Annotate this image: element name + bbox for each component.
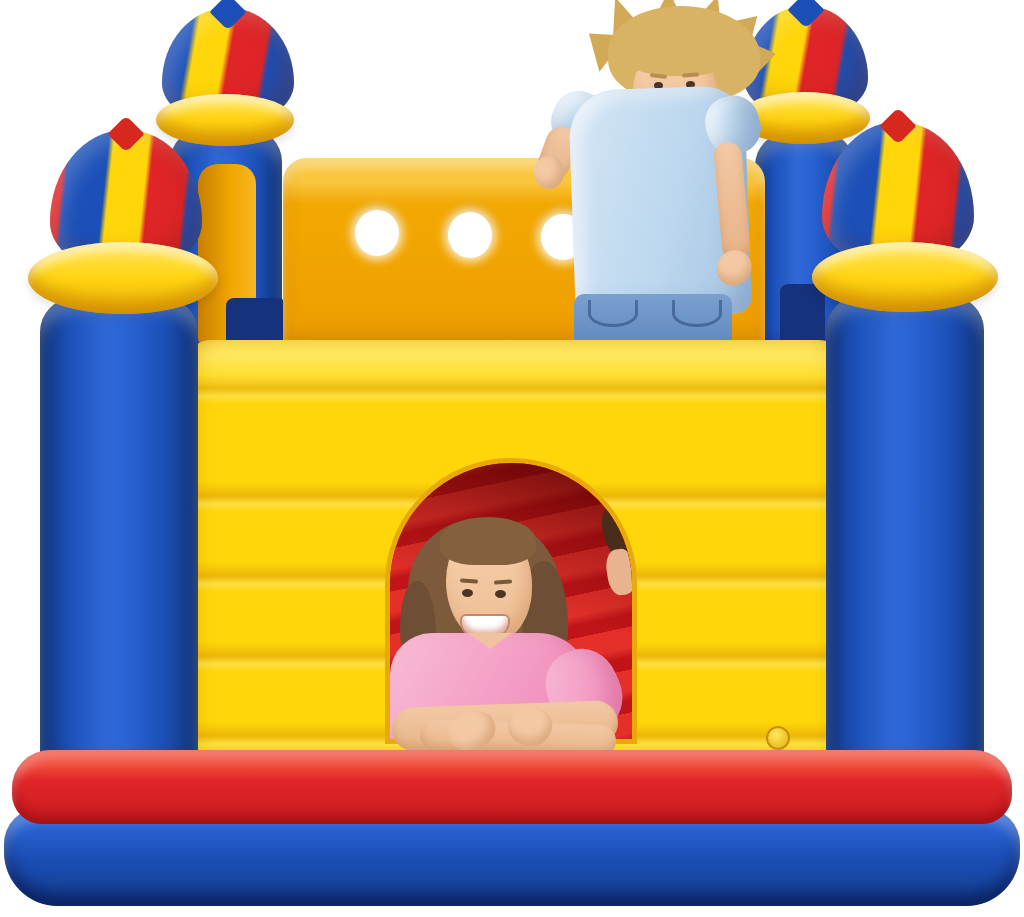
base-red-ring: [12, 750, 1012, 824]
front-right-tower-column: [826, 296, 984, 772]
front-right-tower-ring: [812, 242, 998, 312]
girl-eye: [495, 590, 506, 598]
inflation-valve: [766, 726, 790, 750]
girl-eye: [462, 589, 473, 597]
boy-fringe: [626, 38, 728, 76]
back-left-tower-ring: [156, 94, 294, 146]
inner-corner-shadow-right: [780, 284, 825, 346]
boy: [520, 0, 770, 350]
front-left-tower-ring: [28, 242, 218, 314]
front-left-tower-column: [40, 298, 198, 772]
window-hole-1: [355, 210, 399, 256]
bounce-castle-photo: [0, 0, 1024, 917]
boy-jeans-pocket: [672, 300, 722, 327]
window-hole-2: [448, 212, 492, 258]
girl-bangs: [440, 517, 536, 565]
boy-jeans-pocket: [588, 300, 638, 327]
